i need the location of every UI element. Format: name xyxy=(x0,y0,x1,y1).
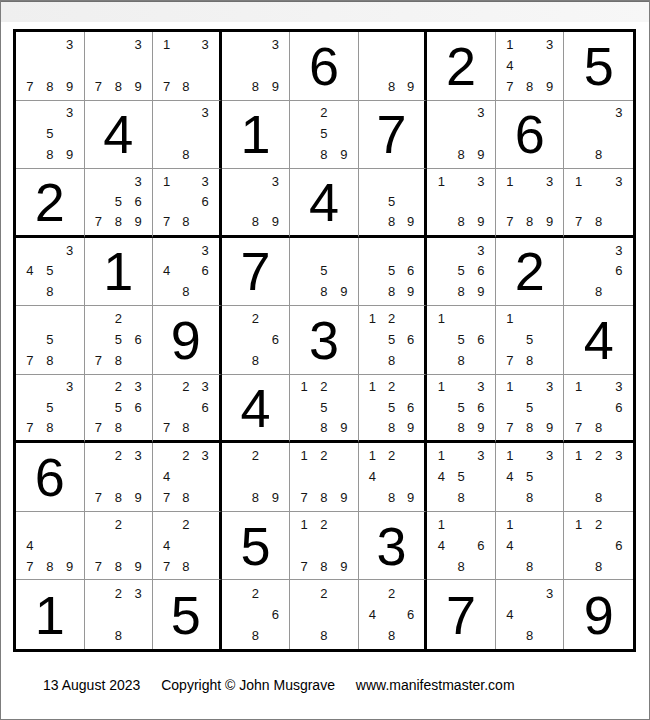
empty-pencil-slot xyxy=(334,123,354,144)
empty-pencil-slot xyxy=(589,123,609,144)
pencil-marks: 12489 xyxy=(359,443,425,511)
cell-r4c2[interactable]: 1 xyxy=(85,238,154,307)
footer-date: 13 August 2023 xyxy=(43,677,140,693)
candidate-digit: 2 xyxy=(314,377,334,397)
empty-pencil-slot xyxy=(568,281,588,302)
cell-r9c2[interactable]: 238 xyxy=(85,580,154,649)
candidate-digit: 9 xyxy=(471,281,491,302)
pencil-marks: 589 xyxy=(359,169,425,235)
cell-r4c4[interactable]: 7 xyxy=(222,238,291,307)
empty-pencil-slot xyxy=(195,514,214,535)
cell-r1c2[interactable]: 3789 xyxy=(85,32,154,101)
cell-r3c8[interactable]: 13789 xyxy=(496,169,565,238)
empty-pencil-slot xyxy=(589,171,609,191)
footer: 13 August 2023 Copyright © John Musgrave… xyxy=(43,677,515,693)
cell-r9c7[interactable]: 7 xyxy=(427,580,496,649)
cell-r5c9[interactable]: 4 xyxy=(564,306,633,375)
cell-r3c6[interactable]: 589 xyxy=(359,169,428,238)
candidate-digit: 8 xyxy=(382,417,401,437)
candidate-digit: 2 xyxy=(108,582,128,603)
empty-pencil-slot xyxy=(431,417,451,437)
empty-pencil-slot xyxy=(226,445,246,466)
candidate-digit: 8 xyxy=(589,417,609,437)
pencil-marks: 1378 xyxy=(153,32,219,100)
empty-pencil-slot xyxy=(89,55,109,76)
empty-pencil-slot xyxy=(471,556,491,577)
solved-digit: 6 xyxy=(35,450,65,504)
candidate-digit: 8 xyxy=(176,211,195,231)
solved-digit: 7 xyxy=(240,244,270,298)
candidate-digit: 3 xyxy=(195,377,214,397)
pencil-marks: 3789 xyxy=(16,32,84,100)
cell-r6c3[interactable]: 23678 xyxy=(153,375,222,444)
empty-pencil-slot xyxy=(431,144,451,165)
empty-pencil-slot xyxy=(157,281,176,302)
page-frame: 3789378913783896892134789535894381258973… xyxy=(0,0,650,720)
empty-pencil-slot xyxy=(540,466,560,487)
empty-pencil-slot xyxy=(500,582,520,603)
pencil-marks: 389 xyxy=(222,32,290,100)
empty-pencil-slot xyxy=(294,582,314,603)
empty-pencil-slot xyxy=(195,144,214,165)
candidate-digit: 8 xyxy=(246,350,266,371)
empty-pencil-slot xyxy=(334,377,354,397)
empty-pencil-slot xyxy=(382,240,401,261)
empty-pencil-slot xyxy=(60,535,80,556)
empty-pencil-slot xyxy=(471,514,491,535)
empty-pencil-slot xyxy=(401,377,420,397)
empty-pencil-slot xyxy=(334,604,354,625)
pencil-marks: 23678 xyxy=(153,375,219,441)
pencil-marks: 23789 xyxy=(85,443,153,511)
empty-pencil-slot xyxy=(294,604,314,625)
cell-r1c8[interactable]: 134789 xyxy=(496,32,565,101)
cell-r8c6[interactable]: 3 xyxy=(359,512,428,581)
cell-r7c8[interactable]: 13458 xyxy=(496,443,565,512)
pencil-marks: 238 xyxy=(85,580,153,649)
cell-r2c3[interactable]: 38 xyxy=(153,101,222,170)
solved-digit: 9 xyxy=(171,313,201,367)
candidate-digit: 5 xyxy=(108,397,128,417)
pencil-marks: 3458 xyxy=(16,238,84,306)
empty-pencil-slot xyxy=(382,34,401,55)
candidate-digit: 9 xyxy=(265,487,285,508)
empty-pencil-slot xyxy=(20,103,40,124)
empty-pencil-slot xyxy=(568,535,588,556)
candidate-digit: 8 xyxy=(382,487,401,508)
cell-r5c7[interactable]: 1568 xyxy=(427,306,496,375)
empty-pencil-slot xyxy=(363,397,382,417)
candidate-digit: 5 xyxy=(108,329,128,350)
candidate-digit: 7 xyxy=(568,417,588,437)
pencil-marks: 12589 xyxy=(290,375,358,441)
candidate-digit: 2 xyxy=(382,582,401,603)
empty-pencil-slot xyxy=(431,487,451,508)
candidate-digit: 1 xyxy=(431,514,451,535)
cell-r9c5[interactable]: 28 xyxy=(290,580,359,649)
empty-pencil-slot xyxy=(382,55,401,76)
candidate-digit: 8 xyxy=(40,417,60,437)
candidate-digit: 6 xyxy=(195,397,214,417)
candidate-digit: 8 xyxy=(382,281,401,302)
candidate-digit: 4 xyxy=(157,261,176,282)
empty-pencil-slot xyxy=(401,308,420,329)
candidate-digit: 5 xyxy=(451,261,471,282)
cell-r5c2[interactable]: 25678 xyxy=(85,306,154,375)
candidate-digit: 1 xyxy=(431,377,451,397)
candidate-digit: 3 xyxy=(195,445,214,466)
empty-pencil-slot xyxy=(334,535,354,556)
pencil-marks: 12568 xyxy=(359,306,425,374)
cell-r3c9[interactable]: 1378 xyxy=(564,169,633,238)
empty-pencil-slot xyxy=(60,55,80,76)
candidate-digit: 1 xyxy=(500,445,520,466)
candidate-digit: 1 xyxy=(500,514,520,535)
pencil-marks: 3468 xyxy=(153,238,219,306)
empty-pencil-slot xyxy=(195,487,214,508)
cell-r2c2[interactable]: 4 xyxy=(85,101,154,170)
cell-r2c8[interactable]: 6 xyxy=(496,101,565,170)
cell-r3c7[interactable]: 1389 xyxy=(427,169,496,238)
cell-r7c4[interactable]: 289 xyxy=(222,443,291,512)
candidate-digit: 6 xyxy=(609,261,629,282)
cell-r2c6[interactable]: 7 xyxy=(359,101,428,170)
cell-r1c5[interactable]: 6 xyxy=(290,32,359,101)
empty-pencil-slot xyxy=(334,103,354,124)
empty-pencil-slot xyxy=(334,261,354,282)
cell-r6c6[interactable]: 125689 xyxy=(359,375,428,444)
solved-digit: 6 xyxy=(515,107,545,161)
cell-r2c9[interactable]: 38 xyxy=(564,101,633,170)
cell-r2c5[interactable]: 2589 xyxy=(290,101,359,170)
empty-pencil-slot xyxy=(128,466,148,487)
empty-pencil-slot xyxy=(40,34,60,55)
candidate-digit: 4 xyxy=(363,604,382,625)
candidate-digit: 3 xyxy=(609,171,629,191)
candidate-digit: 2 xyxy=(108,308,128,329)
empty-pencil-slot xyxy=(609,281,629,302)
candidate-digit: 3 xyxy=(471,103,491,124)
cell-r3c5[interactable]: 4 xyxy=(290,169,359,238)
candidate-digit: 6 xyxy=(195,191,214,211)
empty-pencil-slot xyxy=(195,535,214,556)
candidate-digit: 8 xyxy=(382,76,401,97)
empty-pencil-slot xyxy=(89,466,109,487)
cell-r5c3[interactable]: 9 xyxy=(153,306,222,375)
pencil-marks: 12789 xyxy=(290,512,358,580)
candidate-digit: 8 xyxy=(108,211,128,231)
candidate-digit: 6 xyxy=(471,535,491,556)
empty-pencil-slot xyxy=(246,466,266,487)
cell-r9c9[interactable]: 9 xyxy=(564,580,633,649)
candidate-digit: 5 xyxy=(314,261,334,282)
cell-r1c7[interactable]: 2 xyxy=(427,32,496,101)
empty-pencil-slot xyxy=(60,397,80,417)
candidate-digit: 8 xyxy=(589,487,609,508)
empty-pencil-slot xyxy=(40,240,60,261)
candidate-digit: 2 xyxy=(314,514,334,535)
candidate-digit: 8 xyxy=(520,625,540,646)
cell-r4c1[interactable]: 3458 xyxy=(16,238,85,307)
empty-pencil-slot xyxy=(589,191,609,211)
pencil-marks: 13678 xyxy=(153,169,219,235)
cell-r8c3[interactable]: 2478 xyxy=(153,512,222,581)
empty-pencil-slot xyxy=(176,240,195,261)
cell-r5c4[interactable]: 268 xyxy=(222,306,291,375)
candidate-digit: 8 xyxy=(520,211,540,231)
cell-r2c4[interactable]: 1 xyxy=(222,101,291,170)
candidate-digit: 8 xyxy=(246,211,266,231)
empty-pencil-slot xyxy=(226,625,246,646)
empty-pencil-slot xyxy=(451,123,471,144)
candidate-digit: 9 xyxy=(334,487,354,508)
solved-digit: 3 xyxy=(377,519,407,573)
cell-r8c4[interactable]: 5 xyxy=(222,512,291,581)
candidate-digit: 7 xyxy=(500,76,520,97)
candidate-digit: 3 xyxy=(60,377,80,397)
empty-pencil-slot xyxy=(520,191,540,211)
candidate-digit: 7 xyxy=(89,487,109,508)
candidate-digit: 7 xyxy=(500,211,520,231)
empty-pencil-slot xyxy=(609,417,629,437)
empty-pencil-slot xyxy=(589,240,609,261)
cell-r6c7[interactable]: 135689 xyxy=(427,375,496,444)
cell-r2c1[interactable]: 3589 xyxy=(16,101,85,170)
cell-r9c6[interactable]: 2468 xyxy=(359,580,428,649)
empty-pencil-slot xyxy=(195,556,214,577)
pencil-marks: 25678 xyxy=(85,306,153,374)
cell-r8c2[interactable]: 2789 xyxy=(85,512,154,581)
cell-r4c7[interactable]: 35689 xyxy=(427,238,496,307)
cell-r6c4[interactable]: 4 xyxy=(222,375,291,444)
cell-r3c2[interactable]: 356789 xyxy=(85,169,154,238)
solved-digit: 1 xyxy=(35,588,65,642)
candidate-digit: 4 xyxy=(157,535,176,556)
cell-r9c4[interactable]: 268 xyxy=(222,580,291,649)
empty-pencil-slot xyxy=(609,466,629,487)
candidate-digit: 3 xyxy=(265,171,285,191)
empty-pencil-slot xyxy=(589,261,609,282)
empty-pencil-slot xyxy=(226,34,246,55)
pencil-marks: 13458 xyxy=(427,443,495,511)
candidate-digit: 6 xyxy=(609,397,629,417)
candidate-digit: 1 xyxy=(294,445,314,466)
empty-pencil-slot xyxy=(520,514,540,535)
cell-r9c1[interactable]: 1 xyxy=(16,580,85,649)
candidate-digit: 1 xyxy=(568,445,588,466)
candidate-digit: 3 xyxy=(128,377,148,397)
cell-r4c3[interactable]: 3468 xyxy=(153,238,222,307)
candidate-digit: 8 xyxy=(176,281,195,302)
empty-pencil-slot xyxy=(157,123,176,144)
candidate-digit: 6 xyxy=(265,604,285,625)
cell-r6c2[interactable]: 235678 xyxy=(85,375,154,444)
solved-digit: 6 xyxy=(309,39,339,93)
empty-pencil-slot xyxy=(609,514,629,535)
cell-r5c8[interactable]: 1578 xyxy=(496,306,565,375)
cell-r6c8[interactable]: 135789 xyxy=(496,375,565,444)
candidate-digit: 4 xyxy=(20,261,40,282)
cell-r1c3[interactable]: 1378 xyxy=(153,32,222,101)
empty-pencil-slot xyxy=(226,211,246,231)
empty-pencil-slot xyxy=(89,582,109,603)
empty-pencil-slot xyxy=(540,329,560,350)
empty-pencil-slot xyxy=(568,466,588,487)
empty-pencil-slot xyxy=(157,397,176,417)
empty-pencil-slot xyxy=(401,625,420,646)
cell-r4c8[interactable]: 2 xyxy=(496,238,565,307)
candidate-digit: 3 xyxy=(609,240,629,261)
empty-pencil-slot xyxy=(195,76,214,97)
cell-r1c4[interactable]: 389 xyxy=(222,32,291,101)
empty-pencil-slot xyxy=(520,377,540,397)
empty-pencil-slot xyxy=(20,55,40,76)
empty-pencil-slot xyxy=(568,261,588,282)
empty-pencil-slot xyxy=(451,240,471,261)
cell-r7c1[interactable]: 6 xyxy=(16,443,85,512)
candidate-digit: 3 xyxy=(609,377,629,397)
candidate-digit: 8 xyxy=(314,417,334,437)
empty-pencil-slot xyxy=(471,350,491,371)
empty-pencil-slot xyxy=(226,329,246,350)
candidate-digit: 1 xyxy=(500,34,520,55)
cell-r3c3[interactable]: 13678 xyxy=(153,169,222,238)
cell-r7c3[interactable]: 23478 xyxy=(153,443,222,512)
cell-r1c9[interactable]: 5 xyxy=(564,32,633,101)
cell-r8c7[interactable]: 1468 xyxy=(427,512,496,581)
empty-pencil-slot xyxy=(451,514,471,535)
empty-pencil-slot xyxy=(60,261,80,282)
empty-pencil-slot xyxy=(60,123,80,144)
empty-pencil-slot xyxy=(471,123,491,144)
empty-pencil-slot xyxy=(431,211,451,231)
empty-pencil-slot xyxy=(294,144,314,165)
candidate-digit: 3 xyxy=(128,171,148,191)
cell-r1c6[interactable]: 89 xyxy=(359,32,428,101)
empty-pencil-slot xyxy=(157,144,176,165)
cell-r7c2[interactable]: 23789 xyxy=(85,443,154,512)
cell-r9c3[interactable]: 5 xyxy=(153,580,222,649)
pencil-marks: 134789 xyxy=(496,32,564,100)
empty-pencil-slot xyxy=(294,240,314,261)
candidate-digit: 2 xyxy=(246,445,266,466)
cell-r2c7[interactable]: 389 xyxy=(427,101,496,170)
cell-r5c1[interactable]: 578 xyxy=(16,306,85,375)
empty-pencil-slot xyxy=(500,397,520,417)
cell-r6c1[interactable]: 3578 xyxy=(16,375,85,444)
empty-pencil-slot xyxy=(128,604,148,625)
cell-r5c6[interactable]: 12568 xyxy=(359,306,428,375)
cell-r3c4[interactable]: 389 xyxy=(222,169,291,238)
cell-r8c8[interactable]: 148 xyxy=(496,512,565,581)
candidate-digit: 2 xyxy=(108,377,128,397)
cell-r8c5[interactable]: 12789 xyxy=(290,512,359,581)
candidate-digit: 9 xyxy=(540,76,560,97)
empty-pencil-slot xyxy=(451,191,471,211)
footer-copyright: Copyright © John Musgrave xyxy=(161,677,335,693)
empty-pencil-slot xyxy=(500,556,520,577)
empty-pencil-slot xyxy=(128,308,148,329)
cell-r5c5[interactable]: 3 xyxy=(290,306,359,375)
candidate-digit: 2 xyxy=(589,514,609,535)
candidate-digit: 6 xyxy=(265,329,285,350)
pencil-marks: 125689 xyxy=(359,375,425,441)
candidate-digit: 9 xyxy=(128,76,148,97)
empty-pencil-slot xyxy=(226,191,246,211)
empty-pencil-slot xyxy=(294,625,314,646)
empty-pencil-slot xyxy=(265,350,285,371)
empty-pencil-slot xyxy=(89,625,109,646)
empty-pencil-slot xyxy=(40,535,60,556)
solved-digit: 5 xyxy=(584,39,614,93)
cell-r4c5[interactable]: 589 xyxy=(290,238,359,307)
candidate-digit: 9 xyxy=(128,487,148,508)
cell-r9c8[interactable]: 348 xyxy=(496,580,565,649)
candidate-digit: 8 xyxy=(589,281,609,302)
empty-pencil-slot xyxy=(246,55,266,76)
candidate-digit: 6 xyxy=(128,191,148,211)
pencil-marks: 1468 xyxy=(427,512,495,580)
cell-r3c1[interactable]: 2 xyxy=(16,169,85,238)
candidate-digit: 9 xyxy=(471,144,491,165)
candidate-digit: 5 xyxy=(451,466,471,487)
solved-digit: 2 xyxy=(446,39,476,93)
empty-pencil-slot xyxy=(540,55,560,76)
candidate-digit: 1 xyxy=(431,171,451,191)
empty-pencil-slot xyxy=(431,191,451,211)
empty-pencil-slot xyxy=(568,240,588,261)
empty-pencil-slot xyxy=(609,123,629,144)
empty-pencil-slot xyxy=(176,397,195,417)
pencil-marks: 1389 xyxy=(427,169,495,235)
candidate-digit: 6 xyxy=(609,535,629,556)
empty-pencil-slot xyxy=(334,514,354,535)
empty-pencil-slot xyxy=(520,55,540,76)
empty-pencil-slot xyxy=(589,397,609,417)
empty-pencil-slot xyxy=(334,445,354,466)
pencil-marks: 35689 xyxy=(427,238,495,306)
empty-pencil-slot xyxy=(60,417,80,437)
cell-r7c9[interactable]: 1238 xyxy=(564,443,633,512)
cell-r7c7[interactable]: 13458 xyxy=(427,443,496,512)
candidate-digit: 8 xyxy=(108,76,128,97)
candidate-digit: 8 xyxy=(176,556,195,577)
empty-pencil-slot xyxy=(40,308,60,329)
empty-pencil-slot xyxy=(540,556,560,577)
empty-pencil-slot xyxy=(265,625,285,646)
candidate-digit: 7 xyxy=(500,417,520,437)
cell-r4c9[interactable]: 368 xyxy=(564,238,633,307)
cell-r7c6[interactable]: 12489 xyxy=(359,443,428,512)
candidate-digit: 5 xyxy=(40,397,60,417)
cell-r7c5[interactable]: 12789 xyxy=(290,443,359,512)
candidate-digit: 6 xyxy=(471,261,491,282)
cell-r8c1[interactable]: 4789 xyxy=(16,512,85,581)
candidate-digit: 9 xyxy=(471,417,491,437)
candidate-digit: 9 xyxy=(401,487,420,508)
empty-pencil-slot xyxy=(108,535,128,556)
cell-r1c1[interactable]: 3789 xyxy=(16,32,85,101)
cell-r6c9[interactable]: 13678 xyxy=(564,375,633,444)
cell-r8c9[interactable]: 1268 xyxy=(564,512,633,581)
pencil-marks: 1378 xyxy=(564,169,633,235)
empty-pencil-slot xyxy=(265,55,285,76)
candidate-digit: 3 xyxy=(195,240,214,261)
cell-r4c6[interactable]: 5689 xyxy=(359,238,428,307)
empty-pencil-slot xyxy=(60,308,80,329)
empty-pencil-slot xyxy=(20,377,40,397)
cell-r6c5[interactable]: 12589 xyxy=(290,375,359,444)
